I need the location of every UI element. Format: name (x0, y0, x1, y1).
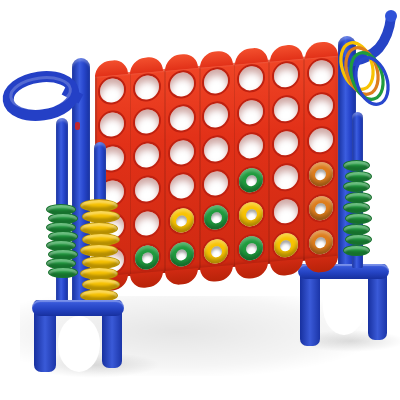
basketball-hoop-svg (0, 0, 400, 400)
playset-photo (0, 0, 400, 400)
